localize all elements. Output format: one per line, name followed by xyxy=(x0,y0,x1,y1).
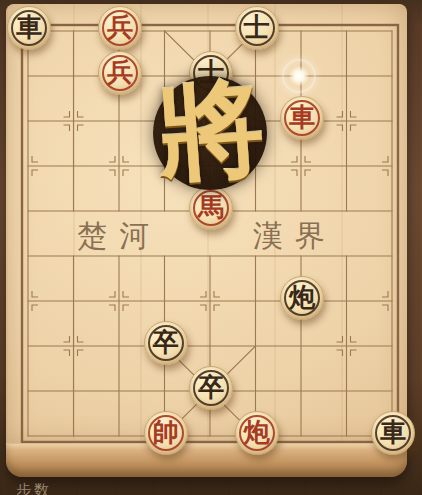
piece-character: 車 xyxy=(372,412,414,454)
piece-black-soldier[interactable]: 卒 xyxy=(144,321,188,365)
piece-character: 卒 xyxy=(190,367,232,409)
piece-black-chariot[interactable]: 車 xyxy=(7,6,51,50)
piece-character: 車 xyxy=(8,7,50,49)
river-label-left: 楚河 xyxy=(77,216,161,257)
piece-character: 馬 xyxy=(190,187,232,229)
piece-character: 士 xyxy=(236,7,278,49)
piece-black-advisor[interactable]: 士 xyxy=(235,6,279,50)
piece-character: 車 xyxy=(281,97,323,139)
piece-character: 炮 xyxy=(236,412,278,454)
move-counter-label: 步数 xyxy=(16,481,52,495)
piece-character: 炮 xyxy=(281,277,323,319)
piece-red-cannon[interactable]: 炮 xyxy=(235,411,279,455)
piece-black-cannon[interactable]: 炮 xyxy=(280,276,324,320)
check-announcement-badge: 將 xyxy=(153,76,267,190)
piece-character: 卒 xyxy=(145,322,187,364)
xiangqi-app: 楚河 漢界 車兵士兵士將車馬炮卒卒帥炮車 將 步数 xyxy=(0,0,422,495)
piece-black-chariot[interactable]: 車 xyxy=(371,411,415,455)
piece-red-general[interactable]: 帥 xyxy=(144,411,188,455)
piece-character: 兵 xyxy=(99,52,141,94)
sparkle-core xyxy=(289,66,309,86)
check-badge-glyph: 將 xyxy=(154,73,267,186)
piece-red-chariot[interactable]: 車 xyxy=(280,96,324,140)
piece-red-soldier[interactable]: 兵 xyxy=(98,51,142,95)
move-highlight-sparkle xyxy=(282,59,316,93)
piece-black-soldier[interactable]: 卒 xyxy=(189,366,233,410)
board-front-bevel xyxy=(6,443,407,477)
piece-character: 兵 xyxy=(99,7,141,49)
piece-character: 帥 xyxy=(145,412,187,454)
river-label-right: 漢界 xyxy=(253,216,337,257)
piece-red-soldier[interactable]: 兵 xyxy=(98,6,142,50)
